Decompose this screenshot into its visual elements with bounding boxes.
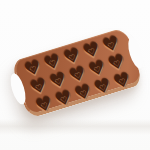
chocolate-mold: ♥ ♡ ♥ ♡ ♥ ♡ ♥ ♡ ♥ ♡ ♥ ♡ [11,27,143,119]
mold-right-notch [125,36,146,70]
photo-canvas: ♥ ♡ ♥ ♡ ♥ ♡ ♥ ♡ ♥ ♡ ♥ ♡ [0,0,150,150]
cavity-grid: ♥ ♡ ♥ ♡ ♥ ♡ ♥ ♡ ♥ ♡ ♥ ♡ [20,32,132,109]
table-shadow [0,119,150,135]
heart-cavity: ♥ ♡ [109,69,134,93]
